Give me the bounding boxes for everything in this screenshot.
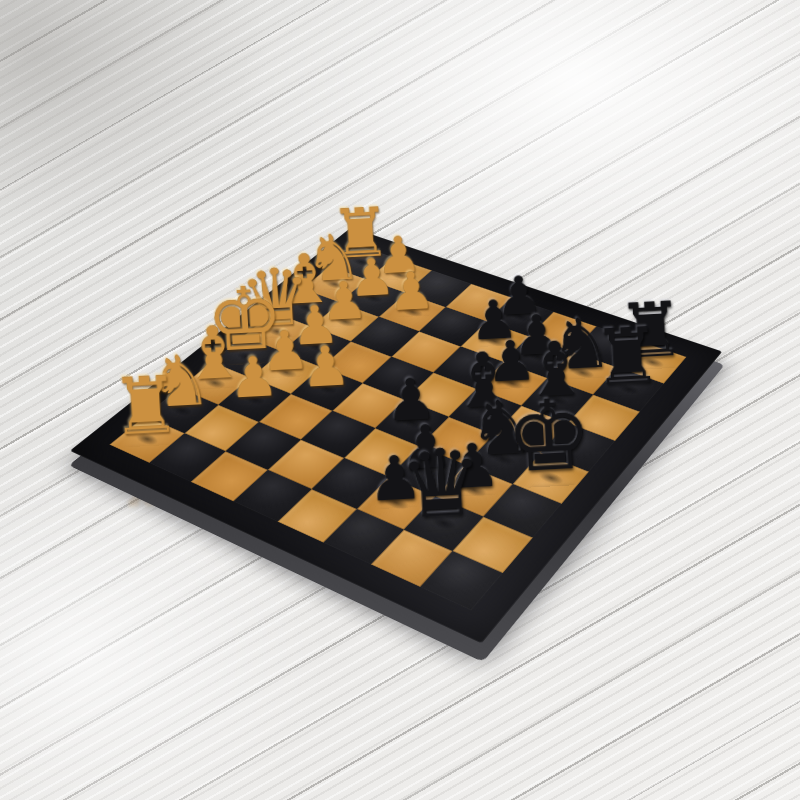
gold-rook-a8: ♜♜ [306, 197, 415, 269]
black-pawn-e8: ♟♟ [462, 267, 577, 325]
board-face: ♜♜♟♟♟♟♜♜♞♞♟♟♟♟♟♟♟♟♞♞♜♜♝♝♟♟♟♟♝♝♛♛♟♟♝♝♚♚♟♟… [70, 228, 722, 644]
gold-rook-a1: ♜♜ [82, 364, 208, 448]
scene: ♜♜♟♟♟♟♜♜♞♞♟♟♟♟♟♟♟♟♞♞♜♜♝♝♟♟♟♟♝♝♛♛♟♟♝♝♚♚♟♟… [0, 0, 800, 800]
black-queen-g2: ♛♛ [373, 434, 510, 534]
scene-rotation: ♜♜♟♟♟♟♜♜♞♞♟♟♟♟♟♟♟♟♞♞♜♜♝♝♟♟♟♟♝♝♛♛♟♟♝♝♚♚♟♟… [0, 0, 800, 800]
chess-board: ♜♜♟♟♟♟♜♜♞♞♟♟♟♟♟♟♟♟♞♞♜♜♝♝♟♟♟♟♝♝♛♛♟♟♝♝♚♚♟♟… [70, 228, 722, 644]
